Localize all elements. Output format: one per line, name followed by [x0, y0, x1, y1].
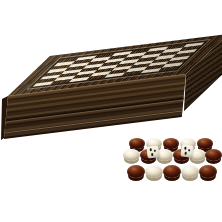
- die-pip: [154, 150, 157, 153]
- case-front-pinstripe: [4, 111, 182, 134]
- die-pip: [184, 147, 187, 150]
- dark-checker: [127, 165, 145, 178]
- light-checker: [145, 165, 163, 178]
- die-pip: [149, 149, 152, 152]
- dark-checker: [199, 165, 217, 178]
- dark-checker: [163, 138, 179, 149]
- dark-checker: [163, 165, 181, 178]
- case-lid-seam-highlight: [5, 99, 183, 122]
- dark-checker: [197, 138, 213, 149]
- product-photo-backgammon-case: [0, 0, 222, 222]
- die-pip: [188, 149, 191, 152]
- light-checker: [181, 165, 199, 178]
- dark-checker: [205, 149, 222, 161]
- light-checker: [123, 149, 140, 161]
- die-pip: [151, 153, 154, 156]
- die-pip: [184, 152, 187, 155]
- die: [180, 144, 194, 158]
- die: [146, 145, 159, 158]
- dark-checker: [129, 138, 145, 149]
